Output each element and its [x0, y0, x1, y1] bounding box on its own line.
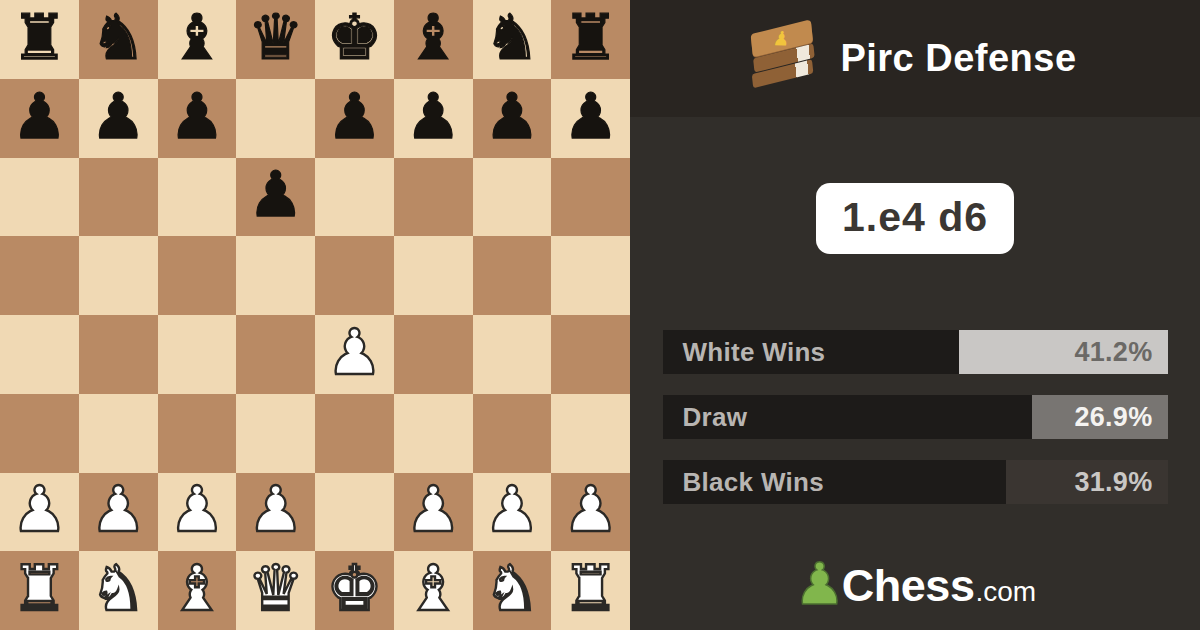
square-d1[interactable]: ♛ — [236, 551, 315, 630]
white-pawn[interactable]: ♟ — [484, 478, 540, 541]
white-rook[interactable]: ♜ — [11, 557, 67, 620]
black-pawn[interactable]: ♟ — [90, 85, 146, 148]
square-h4[interactable] — [551, 315, 630, 394]
black-bishop[interactable]: ♝ — [169, 6, 225, 69]
square-h5[interactable] — [551, 236, 630, 315]
square-b8[interactable]: ♞ — [79, 0, 158, 79]
panel-header: ♟ Pirc Defense — [630, 0, 1200, 117]
square-c8[interactable]: ♝ — [158, 0, 237, 79]
square-b1[interactable]: ♞ — [79, 551, 158, 630]
black-knight[interactable]: ♞ — [484, 6, 540, 69]
chesscom-logo[interactable]: ♟ Chess .com — [794, 557, 1036, 615]
square-c5[interactable] — [158, 236, 237, 315]
black-pawn[interactable]: ♟ — [484, 85, 540, 148]
square-h6[interactable] — [551, 158, 630, 237]
logo-tld-text: .com — [975, 576, 1036, 608]
square-a3[interactable] — [0, 394, 79, 473]
square-c7[interactable]: ♟ — [158, 79, 237, 158]
black-knight[interactable]: ♞ — [90, 6, 146, 69]
black-queen[interactable]: ♛ — [247, 6, 303, 69]
book-pawn-icon: ♟ — [773, 28, 792, 48]
square-f5[interactable] — [394, 236, 473, 315]
white-bishop[interactable]: ♝ — [405, 557, 461, 620]
square-g1[interactable]: ♞ — [473, 551, 552, 630]
black-pawn[interactable]: ♟ — [169, 85, 225, 148]
square-g3[interactable] — [473, 394, 552, 473]
square-c1[interactable]: ♝ — [158, 551, 237, 630]
square-f4[interactable] — [394, 315, 473, 394]
draw-label: Draw — [683, 395, 748, 439]
chesscom-pawn-icon: ♟ — [794, 555, 846, 613]
black-bishop[interactable]: ♝ — [405, 6, 461, 69]
square-h3[interactable] — [551, 394, 630, 473]
square-a2[interactable]: ♟ — [0, 473, 79, 552]
moves-text: 1.e4 d6 — [842, 194, 988, 240]
white-wins-label: White Wins — [683, 330, 826, 374]
page: ♜♞♝♛♚♝♞♜♟♟♟♟♟♟♟♟♟♟♟♟♟♟♟♟♜♞♝♛♚♝♞♜ ♟ Pirc … — [0, 0, 1200, 630]
black-rook[interactable]: ♜ — [562, 6, 618, 69]
white-pawn[interactable]: ♟ — [90, 478, 146, 541]
stat-row-draw: Draw 26.9% — [663, 395, 1168, 439]
black-pawn[interactable]: ♟ — [562, 85, 618, 148]
white-wins-value: 41.2% — [1074, 330, 1152, 374]
square-a4[interactable] — [0, 315, 79, 394]
stat-row-black-wins: Black Wins 31.9% — [663, 460, 1168, 504]
square-g5[interactable] — [473, 236, 552, 315]
square-b7[interactable]: ♟ — [79, 79, 158, 158]
square-a8[interactable]: ♜ — [0, 0, 79, 79]
white-knight[interactable]: ♞ — [90, 557, 146, 620]
square-d8[interactable]: ♛ — [236, 0, 315, 79]
square-h1[interactable]: ♜ — [551, 551, 630, 630]
square-h8[interactable]: ♜ — [551, 0, 630, 79]
chesscom-logo-text: Chess .com — [842, 560, 1036, 612]
white-pawn[interactable]: ♟ — [169, 478, 225, 541]
square-f1[interactable]: ♝ — [394, 551, 473, 630]
square-d6[interactable]: ♟ — [236, 158, 315, 237]
white-rook[interactable]: ♜ — [562, 557, 618, 620]
square-g4[interactable] — [473, 315, 552, 394]
white-pawn[interactable]: ♟ — [247, 478, 303, 541]
black-pawn[interactable]: ♟ — [247, 163, 303, 226]
square-c6[interactable] — [158, 158, 237, 237]
white-queen[interactable]: ♛ — [247, 557, 303, 620]
square-f2[interactable]: ♟ — [394, 473, 473, 552]
white-king[interactable]: ♚ — [326, 557, 382, 620]
square-b5[interactable] — [79, 236, 158, 315]
square-e8[interactable]: ♚ — [315, 0, 394, 79]
square-f8[interactable]: ♝ — [394, 0, 473, 79]
draw-value: 26.9% — [1074, 395, 1152, 439]
square-d2[interactable]: ♟ — [236, 473, 315, 552]
side-panel: ♟ Pirc Defense 1.e4 d6 White Wins 41.2% … — [630, 0, 1200, 630]
white-bishop[interactable]: ♝ — [169, 557, 225, 620]
opening-books-icon: ♟ — [751, 17, 827, 108]
black-pawn[interactable]: ♟ — [405, 85, 461, 148]
square-b3[interactable] — [79, 394, 158, 473]
stat-row-white-wins: White Wins 41.2% — [663, 330, 1168, 374]
square-a7[interactable]: ♟ — [0, 79, 79, 158]
square-e2[interactable] — [315, 473, 394, 552]
square-e3[interactable] — [315, 394, 394, 473]
black-pawn[interactable]: ♟ — [326, 85, 382, 148]
logo-brand-text: Chess — [842, 560, 975, 612]
chess-board: ♜♞♝♛♚♝♞♜♟♟♟♟♟♟♟♟♟♟♟♟♟♟♟♟♜♞♝♛♚♝♞♜ — [0, 0, 630, 630]
black-rook[interactable]: ♜ — [11, 6, 67, 69]
square-e7[interactable]: ♟ — [315, 79, 394, 158]
black-pawn[interactable]: ♟ — [11, 85, 67, 148]
black-wins-label: Black Wins — [683, 460, 824, 504]
black-wins-value: 31.9% — [1074, 460, 1152, 504]
square-f3[interactable] — [394, 394, 473, 473]
square-a6[interactable] — [0, 158, 79, 237]
white-pawn[interactable]: ♟ — [405, 478, 461, 541]
white-pawn[interactable]: ♟ — [562, 478, 618, 541]
square-f6[interactable] — [394, 158, 473, 237]
square-a5[interactable] — [0, 236, 79, 315]
square-c2[interactable]: ♟ — [158, 473, 237, 552]
square-f7[interactable]: ♟ — [394, 79, 473, 158]
black-king[interactable]: ♚ — [326, 6, 382, 69]
square-e4[interactable]: ♟ — [315, 315, 394, 394]
square-b4[interactable] — [79, 315, 158, 394]
square-c4[interactable] — [158, 315, 237, 394]
white-knight[interactable]: ♞ — [484, 557, 540, 620]
square-b2[interactable]: ♟ — [79, 473, 158, 552]
win-rate-stats: White Wins 41.2% Draw 26.9% Black Wins 3… — [663, 330, 1168, 504]
square-d4[interactable] — [236, 315, 315, 394]
square-e5[interactable] — [315, 236, 394, 315]
square-h2[interactable]: ♟ — [551, 473, 630, 552]
opening-title: Pirc Defense — [840, 37, 1076, 80]
square-g7[interactable]: ♟ — [473, 79, 552, 158]
square-g8[interactable]: ♞ — [473, 0, 552, 79]
square-h7[interactable]: ♟ — [551, 79, 630, 158]
square-a1[interactable]: ♜ — [0, 551, 79, 630]
square-d3[interactable] — [236, 394, 315, 473]
square-g6[interactable] — [473, 158, 552, 237]
square-d5[interactable] — [236, 236, 315, 315]
square-c3[interactable] — [158, 394, 237, 473]
moves-box: 1.e4 d6 — [816, 183, 1014, 254]
square-e1[interactable]: ♚ — [315, 551, 394, 630]
white-pawn[interactable]: ♟ — [326, 321, 382, 384]
square-e6[interactable] — [315, 158, 394, 237]
square-d7[interactable] — [236, 79, 315, 158]
white-pawn[interactable]: ♟ — [11, 478, 67, 541]
square-g2[interactable]: ♟ — [473, 473, 552, 552]
square-b6[interactable] — [79, 158, 158, 237]
